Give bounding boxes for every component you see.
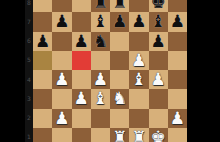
square-f6[interactable] xyxy=(129,32,148,51)
square-d6[interactable]: ♞ xyxy=(91,32,110,51)
piece-white-pawn-b4[interactable]: ♟ xyxy=(52,70,71,89)
square-a8[interactable] xyxy=(33,0,52,12)
square-d4[interactable]: ♟ xyxy=(91,70,110,89)
square-c3[interactable]: ♟ xyxy=(72,89,91,108)
piece-white-rook-f1[interactable]: ♜ xyxy=(129,128,148,142)
square-g6[interactable]: ♟ xyxy=(149,32,168,51)
piece-black-pawn-h7[interactable]: ♟ xyxy=(168,12,187,31)
square-f1[interactable]: ♜ xyxy=(129,128,148,142)
square-f4[interactable]: ♝ xyxy=(129,70,148,89)
piece-white-knight-e3[interactable]: ♞ xyxy=(110,89,129,108)
square-h7[interactable]: ♟ xyxy=(168,12,187,31)
square-d7[interactable]: ♝ xyxy=(91,12,110,31)
square-g2[interactable] xyxy=(149,109,168,128)
square-h1[interactable] xyxy=(168,128,187,142)
piece-white-pawn-f5[interactable]: ♟ xyxy=(129,51,148,70)
piece-black-pawn-a6[interactable]: ♟ xyxy=(33,32,52,51)
square-a4[interactable] xyxy=(33,70,52,89)
rank-label-6: 6 xyxy=(25,32,33,51)
piece-white-bishop-d3[interactable]: ♝ xyxy=(91,89,110,108)
square-c8[interactable] xyxy=(72,0,91,12)
piece-white-pawn-h2[interactable]: ♟ xyxy=(168,109,187,128)
square-e4[interactable] xyxy=(110,70,129,89)
square-c7[interactable] xyxy=(72,12,91,31)
square-g4[interactable]: ♟ xyxy=(149,70,168,89)
square-h3[interactable] xyxy=(168,89,187,108)
rank-label-1: 1 xyxy=(25,128,33,142)
square-f7[interactable]: ♟ xyxy=(129,12,148,31)
square-a3[interactable] xyxy=(33,89,52,108)
square-g5[interactable] xyxy=(149,51,168,70)
piece-white-pawn-c3[interactable]: ♟ xyxy=(72,89,91,108)
square-d5[interactable] xyxy=(91,51,110,70)
piece-black-bishop-g7[interactable]: ♝ xyxy=(149,12,168,31)
square-a2[interactable] xyxy=(33,109,52,128)
piece-black-pawn-g6[interactable]: ♟ xyxy=(149,32,168,51)
piece-black-pawn-c6[interactable]: ♟ xyxy=(72,32,91,51)
square-d1[interactable] xyxy=(91,128,110,142)
piece-black-bishop-d7[interactable]: ♝ xyxy=(91,12,110,31)
piece-white-bishop-f4[interactable]: ♝ xyxy=(129,70,148,89)
square-e2[interactable] xyxy=(110,109,129,128)
square-a6[interactable]: ♟ xyxy=(33,32,52,51)
rank-label-3: 3 xyxy=(25,89,33,108)
square-b6[interactable] xyxy=(52,32,71,51)
square-g7[interactable]: ♝ xyxy=(149,12,168,31)
square-a7[interactable] xyxy=(33,12,52,31)
rank-label-4: 4 xyxy=(25,70,33,89)
piece-black-pawn-f7[interactable]: ♟ xyxy=(129,12,148,31)
piece-white-pawn-b2[interactable]: ♟ xyxy=(52,109,71,128)
square-c5[interactable] xyxy=(72,51,91,70)
square-a1[interactable] xyxy=(33,128,52,142)
rank-label-7: 7 xyxy=(25,12,33,31)
piece-white-pawn-g4[interactable]: ♟ xyxy=(149,70,168,89)
square-d3[interactable]: ♝ xyxy=(91,89,110,108)
square-b2[interactable]: ♟ xyxy=(52,109,71,128)
piece-black-knight-d6[interactable]: ♞ xyxy=(91,32,110,51)
square-b1[interactable] xyxy=(52,128,71,142)
square-e3[interactable]: ♞ xyxy=(110,89,129,108)
square-b5[interactable] xyxy=(52,51,71,70)
square-b4[interactable]: ♟ xyxy=(52,70,71,89)
square-g3[interactable] xyxy=(149,89,168,108)
square-c1[interactable] xyxy=(72,128,91,142)
chess-board-screenshot: 87654321 ♜♜♚♟♝♟♟♝♟♟♟♞♟♟♟♟♝♟♟♝♞♟♟♜♜♚ xyxy=(0,0,220,142)
rank-label-5: 5 xyxy=(25,51,33,70)
piece-black-pawn-e7[interactable]: ♟ xyxy=(110,12,129,31)
square-d2[interactable] xyxy=(91,109,110,128)
square-e6[interactable] xyxy=(110,32,129,51)
square-h2[interactable]: ♟ xyxy=(168,109,187,128)
square-c4[interactable] xyxy=(72,70,91,89)
square-e7[interactable]: ♟ xyxy=(110,12,129,31)
square-c6[interactable]: ♟ xyxy=(72,32,91,51)
square-b7[interactable]: ♟ xyxy=(52,12,71,31)
square-c2[interactable] xyxy=(72,109,91,128)
square-f2[interactable] xyxy=(129,109,148,128)
piece-white-pawn-d4[interactable]: ♟ xyxy=(91,70,110,89)
square-e1[interactable]: ♜ xyxy=(110,128,129,142)
piece-white-rook-e1[interactable]: ♜ xyxy=(110,128,129,142)
rank-label-strip: 87654321 xyxy=(25,0,33,142)
piece-black-pawn-b7[interactable]: ♟ xyxy=(52,12,71,31)
square-h6[interactable] xyxy=(168,32,187,51)
square-h5[interactable] xyxy=(168,51,187,70)
piece-white-king-g1[interactable]: ♚ xyxy=(149,128,168,142)
square-h4[interactable] xyxy=(168,70,187,89)
rank-label-2: 2 xyxy=(25,109,33,128)
square-b3[interactable] xyxy=(52,89,71,108)
square-f3[interactable] xyxy=(129,89,148,108)
square-f5[interactable]: ♟ xyxy=(129,51,148,70)
square-a5[interactable] xyxy=(33,51,52,70)
rank-label-8: 8 xyxy=(25,0,33,12)
chess-board: ♜♜♚♟♝♟♟♝♟♟♟♞♟♟♟♟♝♟♟♝♞♟♟♜♜♚ xyxy=(33,0,187,142)
square-g1[interactable]: ♚ xyxy=(149,128,168,142)
square-e5[interactable] xyxy=(110,51,129,70)
